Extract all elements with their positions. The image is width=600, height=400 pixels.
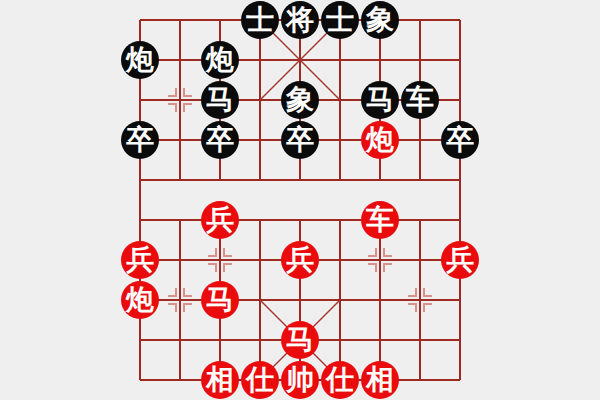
piece-red-advisor[interactable]: 仕 xyxy=(241,361,279,399)
piece-black-soldier[interactable]: 卒 xyxy=(441,121,479,159)
piece-red-soldier[interactable]: 兵 xyxy=(201,201,239,239)
piece-red-soldier[interactable]: 兵 xyxy=(281,241,319,279)
piece-red-soldier[interactable]: 兵 xyxy=(441,241,479,279)
piece-red-horse[interactable]: 马 xyxy=(281,321,319,359)
piece-black-horse[interactable]: 马 xyxy=(361,81,399,119)
piece-layer: 士将士象炮炮马象马车卒卒卒炮卒兵车兵兵兵炮马马相仕帅仕相 xyxy=(120,0,480,400)
piece-red-elephant[interactable]: 相 xyxy=(361,361,399,399)
piece-red-soldier[interactable]: 兵 xyxy=(121,241,159,279)
piece-red-advisor[interactable]: 仕 xyxy=(321,361,359,399)
piece-black-advisor[interactable]: 士 xyxy=(241,1,279,39)
piece-red-cannon[interactable]: 炮 xyxy=(121,281,159,319)
piece-black-horse[interactable]: 马 xyxy=(201,81,239,119)
piece-black-soldier[interactable]: 卒 xyxy=(121,121,159,159)
piece-black-cannon[interactable]: 炮 xyxy=(121,41,159,79)
piece-black-advisor[interactable]: 士 xyxy=(321,1,359,39)
piece-black-elephant[interactable]: 象 xyxy=(361,1,399,39)
piece-black-soldier[interactable]: 卒 xyxy=(201,121,239,159)
piece-black-elephant[interactable]: 象 xyxy=(281,81,319,119)
piece-red-horse[interactable]: 马 xyxy=(201,281,239,319)
piece-red-elephant[interactable]: 相 xyxy=(201,361,239,399)
piece-black-soldier[interactable]: 卒 xyxy=(281,121,319,159)
piece-red-general[interactable]: 帅 xyxy=(281,361,319,399)
piece-red-cannon[interactable]: 炮 xyxy=(361,121,399,159)
piece-black-cannon[interactable]: 炮 xyxy=(201,41,239,79)
xiangqi-board: 士将士象炮炮马象马车卒卒卒炮卒兵车兵兵兵炮马马相仕帅仕相 xyxy=(0,0,600,400)
piece-red-chariot[interactable]: 车 xyxy=(361,201,399,239)
piece-black-chariot[interactable]: 车 xyxy=(401,81,439,119)
piece-black-general[interactable]: 将 xyxy=(281,1,319,39)
